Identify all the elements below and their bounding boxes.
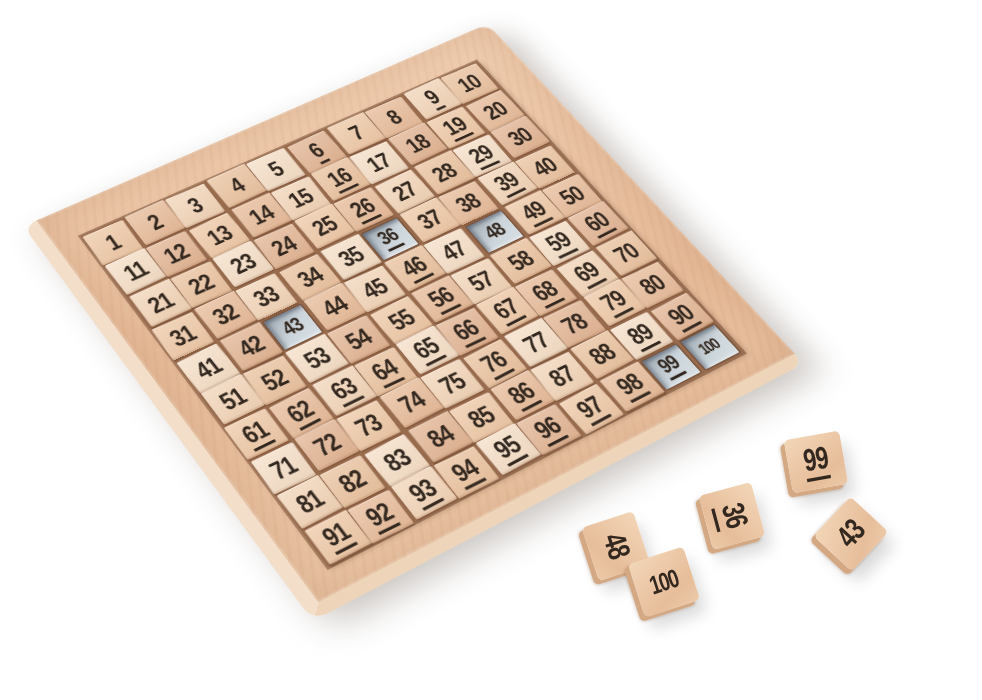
loose-tile-43[interactable]: 43 <box>814 497 889 572</box>
loose-tiles-layer: 99364810043 <box>0 0 982 700</box>
loose-tile-99[interactable]: 99 <box>784 431 849 494</box>
table-surface: 1234567891011121314151617181920212223242… <box>0 0 982 700</box>
loose-tile-36[interactable]: 36 <box>699 482 766 550</box>
